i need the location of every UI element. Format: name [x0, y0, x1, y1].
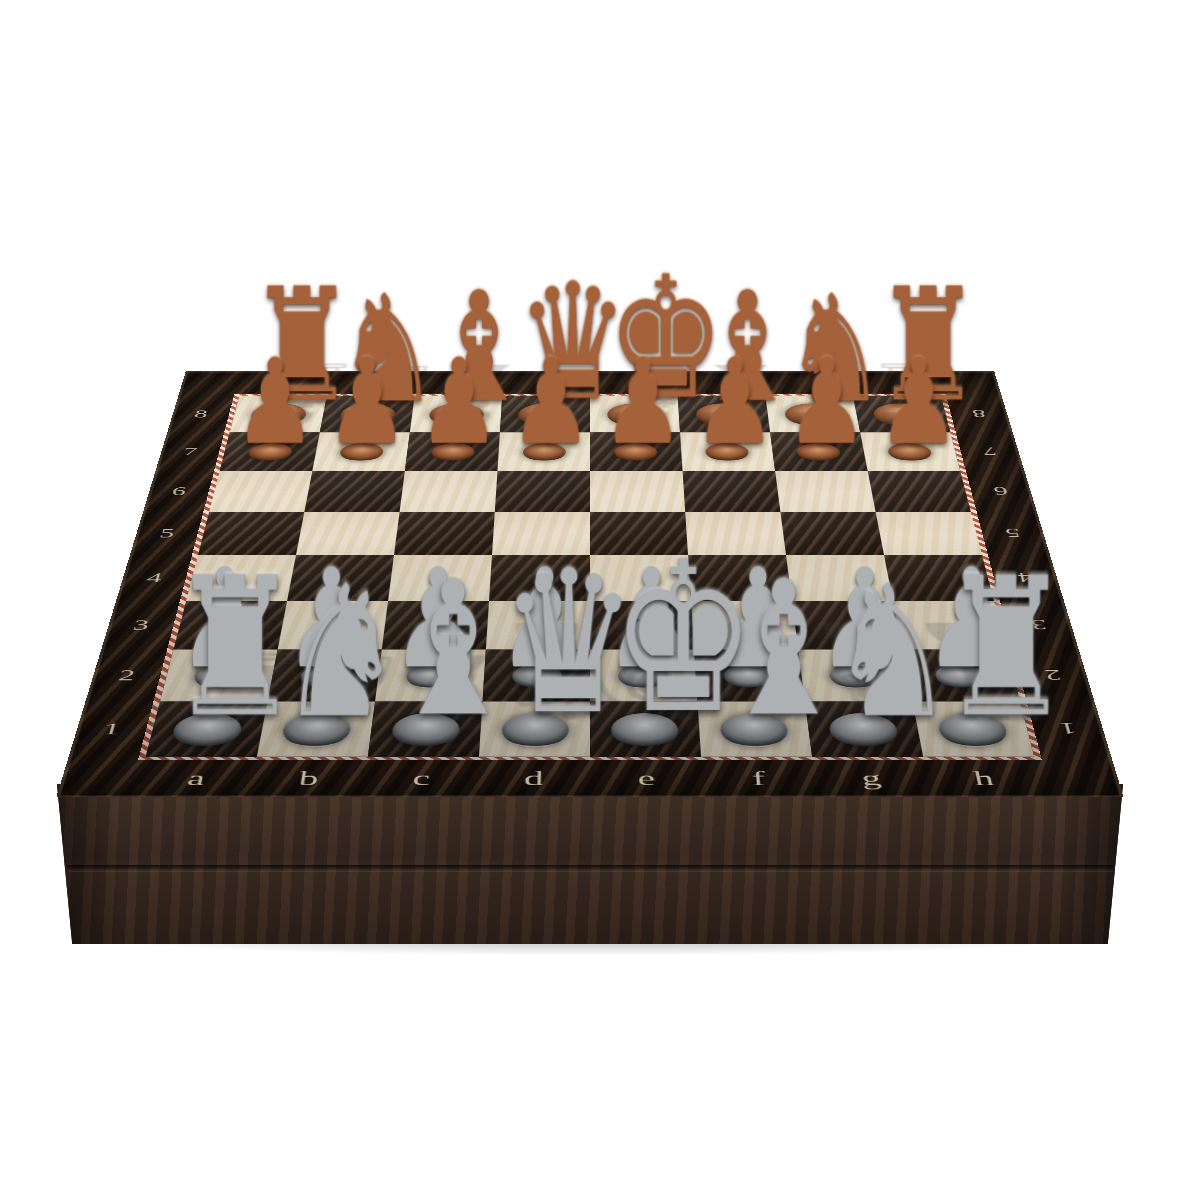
white-queen-d1[interactable]: ♛	[480, 545, 590, 743]
file-label-a: a	[135, 760, 256, 797]
square-f7[interactable]: ♟♟	[680, 432, 775, 471]
pawn-glyph: ♟	[602, 343, 685, 461]
square-a1[interactable]: ♜♜	[146, 701, 268, 756]
rank-label-right-7: 7	[956, 432, 1025, 471]
rank-label-left-6: 6	[143, 471, 214, 512]
square-c1[interactable]: ♝♝	[368, 701, 483, 756]
square-h7[interactable]: ♟♟	[860, 432, 960, 471]
square-c7[interactable]: ♟♟	[405, 432, 500, 471]
file-label-e: e	[590, 760, 704, 797]
square-e1[interactable]: ♚♚	[590, 701, 701, 756]
file-label-d: d	[476, 760, 590, 797]
board-frame: ♜♜♞♞♝♝♛♛♚♚♝♝♞♞♜♜♟♟♟♟♟♟♟♟♟♟♟♟♟♟♟♟♟♟♟♟♟♟♟♟…	[56, 371, 1123, 797]
square-f1[interactable]: ♝♝	[697, 701, 812, 756]
board-squares: ♜♜♞♞♝♝♛♛♚♚♝♝♞♞♜♜♟♟♟♟♟♟♟♟♟♟♟♟♟♟♟♟♟♟♟♟♟♟♟♟…	[138, 394, 1042, 761]
white-rook-h1[interactable]: ♜	[921, 552, 1031, 743]
white-bishop-c1[interactable]: ♝	[370, 556, 480, 743]
square-e6[interactable]	[590, 471, 685, 512]
square-f6[interactable]	[683, 471, 781, 512]
pawn-glyph: ♟	[510, 343, 593, 461]
square-c6[interactable]	[400, 471, 498, 512]
pawn-glyph: ♟	[418, 343, 501, 461]
white-knight-g1[interactable]: ♞	[810, 561, 920, 743]
white-rook-a1[interactable]: ♜	[149, 552, 259, 743]
file-label-b: b	[249, 760, 367, 797]
square-a6[interactable]	[209, 471, 312, 512]
white-knight-b1[interactable]: ♞	[259, 561, 369, 743]
pawn-glyph: ♟	[877, 343, 960, 461]
pawn-glyph: ♟	[786, 343, 869, 461]
square-h6[interactable]	[868, 471, 971, 512]
black-pawn-e7[interactable]: ♟	[590, 343, 682, 461]
square-d7[interactable]: ♟♟	[497, 432, 590, 471]
square-b6[interactable]	[304, 471, 404, 512]
rank-label-right-6: 6	[966, 471, 1037, 512]
rank-label-left-7: 7	[156, 432, 225, 471]
black-pawn-h7[interactable]: ♟	[866, 343, 958, 461]
square-g7[interactable]: ♟♟	[770, 432, 868, 471]
file-label-g: g	[813, 760, 931, 797]
rank-label-left-1: 1	[69, 701, 154, 756]
white-bishop-f1[interactable]: ♝	[700, 556, 810, 743]
square-a7[interactable]: ♟♟	[220, 432, 320, 471]
pawn-glyph: ♟	[234, 343, 317, 461]
black-pawn-a7[interactable]: ♟	[222, 343, 314, 461]
pawn-glyph: ♟	[326, 343, 409, 461]
file-label-h: h	[924, 760, 1045, 797]
square-e7[interactable]: ♟♟	[590, 432, 683, 471]
square-d6[interactable]	[495, 471, 590, 512]
product-photo: ♜♜♞♞♝♝♛♛♚♚♝♝♞♞♜♜♟♟♟♟♟♟♟♟♟♟♟♟♟♟♟♟♟♟♟♟♟♟♟♟…	[0, 0, 1180, 1180]
chess-board: ♜♜♞♞♝♝♛♛♚♚♝♝♞♞♜♜♟♟♟♟♟♟♟♟♟♟♟♟♟♟♟♟♟♟♟♟♟♟♟♟…	[56, 371, 1123, 797]
square-g6[interactable]	[775, 471, 875, 512]
rook-glyph: ♜	[939, 552, 1073, 743]
white-king-e1[interactable]: ♚	[590, 535, 700, 743]
board-scene: ♜♜♞♞♝♝♛♛♚♚♝♝♞♞♜♜♟♟♟♟♟♟♟♟♟♟♟♟♟♟♟♟♟♟♟♟♟♟♟♟…	[0, 0, 1180, 1180]
square-h1[interactable]: ♜♜	[912, 701, 1034, 756]
black-pawn-f7[interactable]: ♟	[682, 343, 774, 461]
square-d1[interactable]: ♛♛	[479, 701, 590, 756]
square-g1[interactable]: ♞♞	[805, 701, 923, 756]
square-b1[interactable]: ♞♞	[257, 701, 375, 756]
file-label-f: f	[701, 760, 817, 797]
black-pawn-g7[interactable]: ♟	[774, 343, 866, 461]
pawn-glyph: ♟	[694, 343, 777, 461]
black-pawn-d7[interactable]: ♟	[498, 343, 590, 461]
file-label-c: c	[363, 760, 479, 797]
black-pawn-b7[interactable]: ♟	[314, 343, 406, 461]
black-pawn-c7[interactable]: ♟	[406, 343, 498, 461]
square-b7[interactable]: ♟♟	[312, 432, 410, 471]
